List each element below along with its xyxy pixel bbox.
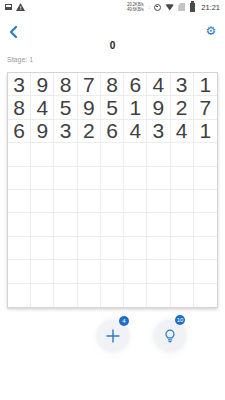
board-cell[interactable] <box>171 190 194 213</box>
board-cell[interactable] <box>124 190 147 213</box>
game-board: 398786431845951927693264341 <box>7 72 218 308</box>
data-saver-icon <box>154 4 161 11</box>
board-cell[interactable] <box>54 167 77 190</box>
board-cell[interactable]: 8 <box>8 96 31 119</box>
board-cell[interactable] <box>31 284 54 307</box>
board-cell[interactable] <box>147 260 170 283</box>
gear-icon: ⚙ <box>206 24 217 38</box>
hint-button[interactable]: 10 <box>155 321 185 351</box>
board-cell[interactable] <box>8 284 31 307</box>
warning-triangle-icon: ! <box>16 3 25 11</box>
board-cell[interactable]: 9 <box>78 96 101 119</box>
board-cell[interactable]: 3 <box>8 73 31 96</box>
board-cell[interactable] <box>194 143 217 166</box>
board-cell[interactable] <box>78 167 101 190</box>
board-cell[interactable] <box>78 213 101 236</box>
board-cell[interactable] <box>124 237 147 260</box>
clock-time: 21:21 <box>201 3 220 12</box>
board-cell[interactable] <box>101 237 124 260</box>
stage-label: Stage: 1 <box>7 56 33 63</box>
board-cell[interactable]: 7 <box>194 96 217 119</box>
board-cell[interactable] <box>8 260 31 283</box>
board-cell[interactable] <box>194 260 217 283</box>
board-cell[interactable] <box>31 190 54 213</box>
board-cell[interactable] <box>31 143 54 166</box>
board-cell[interactable]: 5 <box>54 96 77 119</box>
board-cell[interactable] <box>194 284 217 307</box>
plus-icon <box>105 328 121 344</box>
board-cell[interactable] <box>101 167 124 190</box>
add-count-badge: 4 <box>119 316 129 326</box>
board-cell[interactable] <box>54 143 77 166</box>
board-cell[interactable]: 1 <box>124 96 147 119</box>
board-cell[interactable] <box>8 167 31 190</box>
board-cell[interactable] <box>54 260 77 283</box>
board-cell[interactable]: 4 <box>147 73 170 96</box>
board-cell[interactable] <box>78 284 101 307</box>
board-cell[interactable] <box>8 237 31 260</box>
status-right-icons: 20.2KB/s 49.6KB/s : 21:21 <box>127 2 220 12</box>
board-cell[interactable]: 9 <box>31 73 54 96</box>
board-cell[interactable] <box>78 143 101 166</box>
board-cell[interactable] <box>124 284 147 307</box>
chevron-left-icon <box>7 25 21 39</box>
board-cell[interactable] <box>78 237 101 260</box>
screenshot-icon <box>5 4 12 10</box>
lightbulb-icon <box>162 328 178 344</box>
board-cell[interactable] <box>194 237 217 260</box>
board-cell[interactable] <box>101 190 124 213</box>
board-cell[interactable] <box>8 143 31 166</box>
wifi-icon <box>165 4 174 11</box>
board-cell[interactable] <box>171 260 194 283</box>
board-cell[interactable]: 7 <box>78 73 101 96</box>
board-cell[interactable] <box>8 190 31 213</box>
board-cell[interactable]: 3 <box>54 120 77 143</box>
board-cell[interactable]: 1 <box>194 73 217 96</box>
board-cell[interactable] <box>54 213 77 236</box>
board-cell[interactable] <box>147 237 170 260</box>
board-cell[interactable] <box>147 190 170 213</box>
score-value: 0 <box>0 40 225 51</box>
board-cell[interactable]: 3 <box>171 73 194 96</box>
board-cell[interactable]: 3 <box>147 120 170 143</box>
board-cell[interactable]: 6 <box>124 73 147 96</box>
board-cell[interactable] <box>78 260 101 283</box>
board-cell[interactable] <box>124 167 147 190</box>
board-cell[interactable] <box>171 284 194 307</box>
hint-count-badge: 10 <box>175 315 185 325</box>
board-cell[interactable] <box>101 260 124 283</box>
board-cell[interactable]: 4 <box>31 96 54 119</box>
board-cell[interactable]: 8 <box>101 73 124 96</box>
board-cell[interactable] <box>54 284 77 307</box>
board-cell[interactable] <box>124 143 147 166</box>
board-cell[interactable] <box>31 213 54 236</box>
board-cell[interactable] <box>147 167 170 190</box>
status-left-icons: ! <box>5 3 25 11</box>
board-cell[interactable] <box>78 190 101 213</box>
board-cell[interactable] <box>124 213 147 236</box>
net-speed-down: 49.6KB/s <box>127 7 144 12</box>
board-cell[interactable] <box>147 213 170 236</box>
sim-off-icon <box>178 3 185 11</box>
status-bar: ! 20.2KB/s 49.6KB/s : 21:21 <box>0 0 225 14</box>
board-cell[interactable] <box>171 167 194 190</box>
board-cell[interactable]: 9 <box>147 96 170 119</box>
board-cell[interactable] <box>54 190 77 213</box>
board-cell[interactable]: 5 <box>101 96 124 119</box>
board-cell[interactable] <box>54 237 77 260</box>
board-cell[interactable] <box>101 143 124 166</box>
network-speed: 20.2KB/s 49.6KB/s <box>127 2 144 12</box>
board-cell[interactable] <box>31 167 54 190</box>
speed-colon: : <box>149 4 151 10</box>
board-cell[interactable]: 4 <box>124 120 147 143</box>
board-cell[interactable]: 2 <box>171 96 194 119</box>
board-cell[interactable]: 1 <box>194 120 217 143</box>
board-cell[interactable]: 6 <box>8 120 31 143</box>
battery-icon <box>190 3 195 12</box>
settings-button[interactable]: ⚙ <box>204 24 218 38</box>
board-cell[interactable]: 9 <box>31 120 54 143</box>
board-cell[interactable] <box>31 237 54 260</box>
board-cell[interactable]: 4 <box>171 120 194 143</box>
board-cell[interactable] <box>194 190 217 213</box>
add-numbers-button[interactable]: 4 <box>98 321 128 351</box>
back-button[interactable] <box>7 25 21 39</box>
board-cell[interactable]: 2 <box>78 120 101 143</box>
board-cell[interactable] <box>31 260 54 283</box>
board-cell[interactable] <box>171 143 194 166</box>
board-cell[interactable] <box>171 213 194 236</box>
board-cell[interactable] <box>194 167 217 190</box>
board-cell[interactable] <box>194 213 217 236</box>
board-cell[interactable] <box>147 284 170 307</box>
board-cell[interactable] <box>124 260 147 283</box>
board-cell[interactable] <box>101 284 124 307</box>
board-cell[interactable] <box>8 213 31 236</box>
board-cell[interactable]: 6 <box>101 120 124 143</box>
board-cell[interactable] <box>147 143 170 166</box>
board-cell[interactable] <box>101 213 124 236</box>
board-cell[interactable] <box>171 237 194 260</box>
board-cell[interactable]: 8 <box>54 73 77 96</box>
